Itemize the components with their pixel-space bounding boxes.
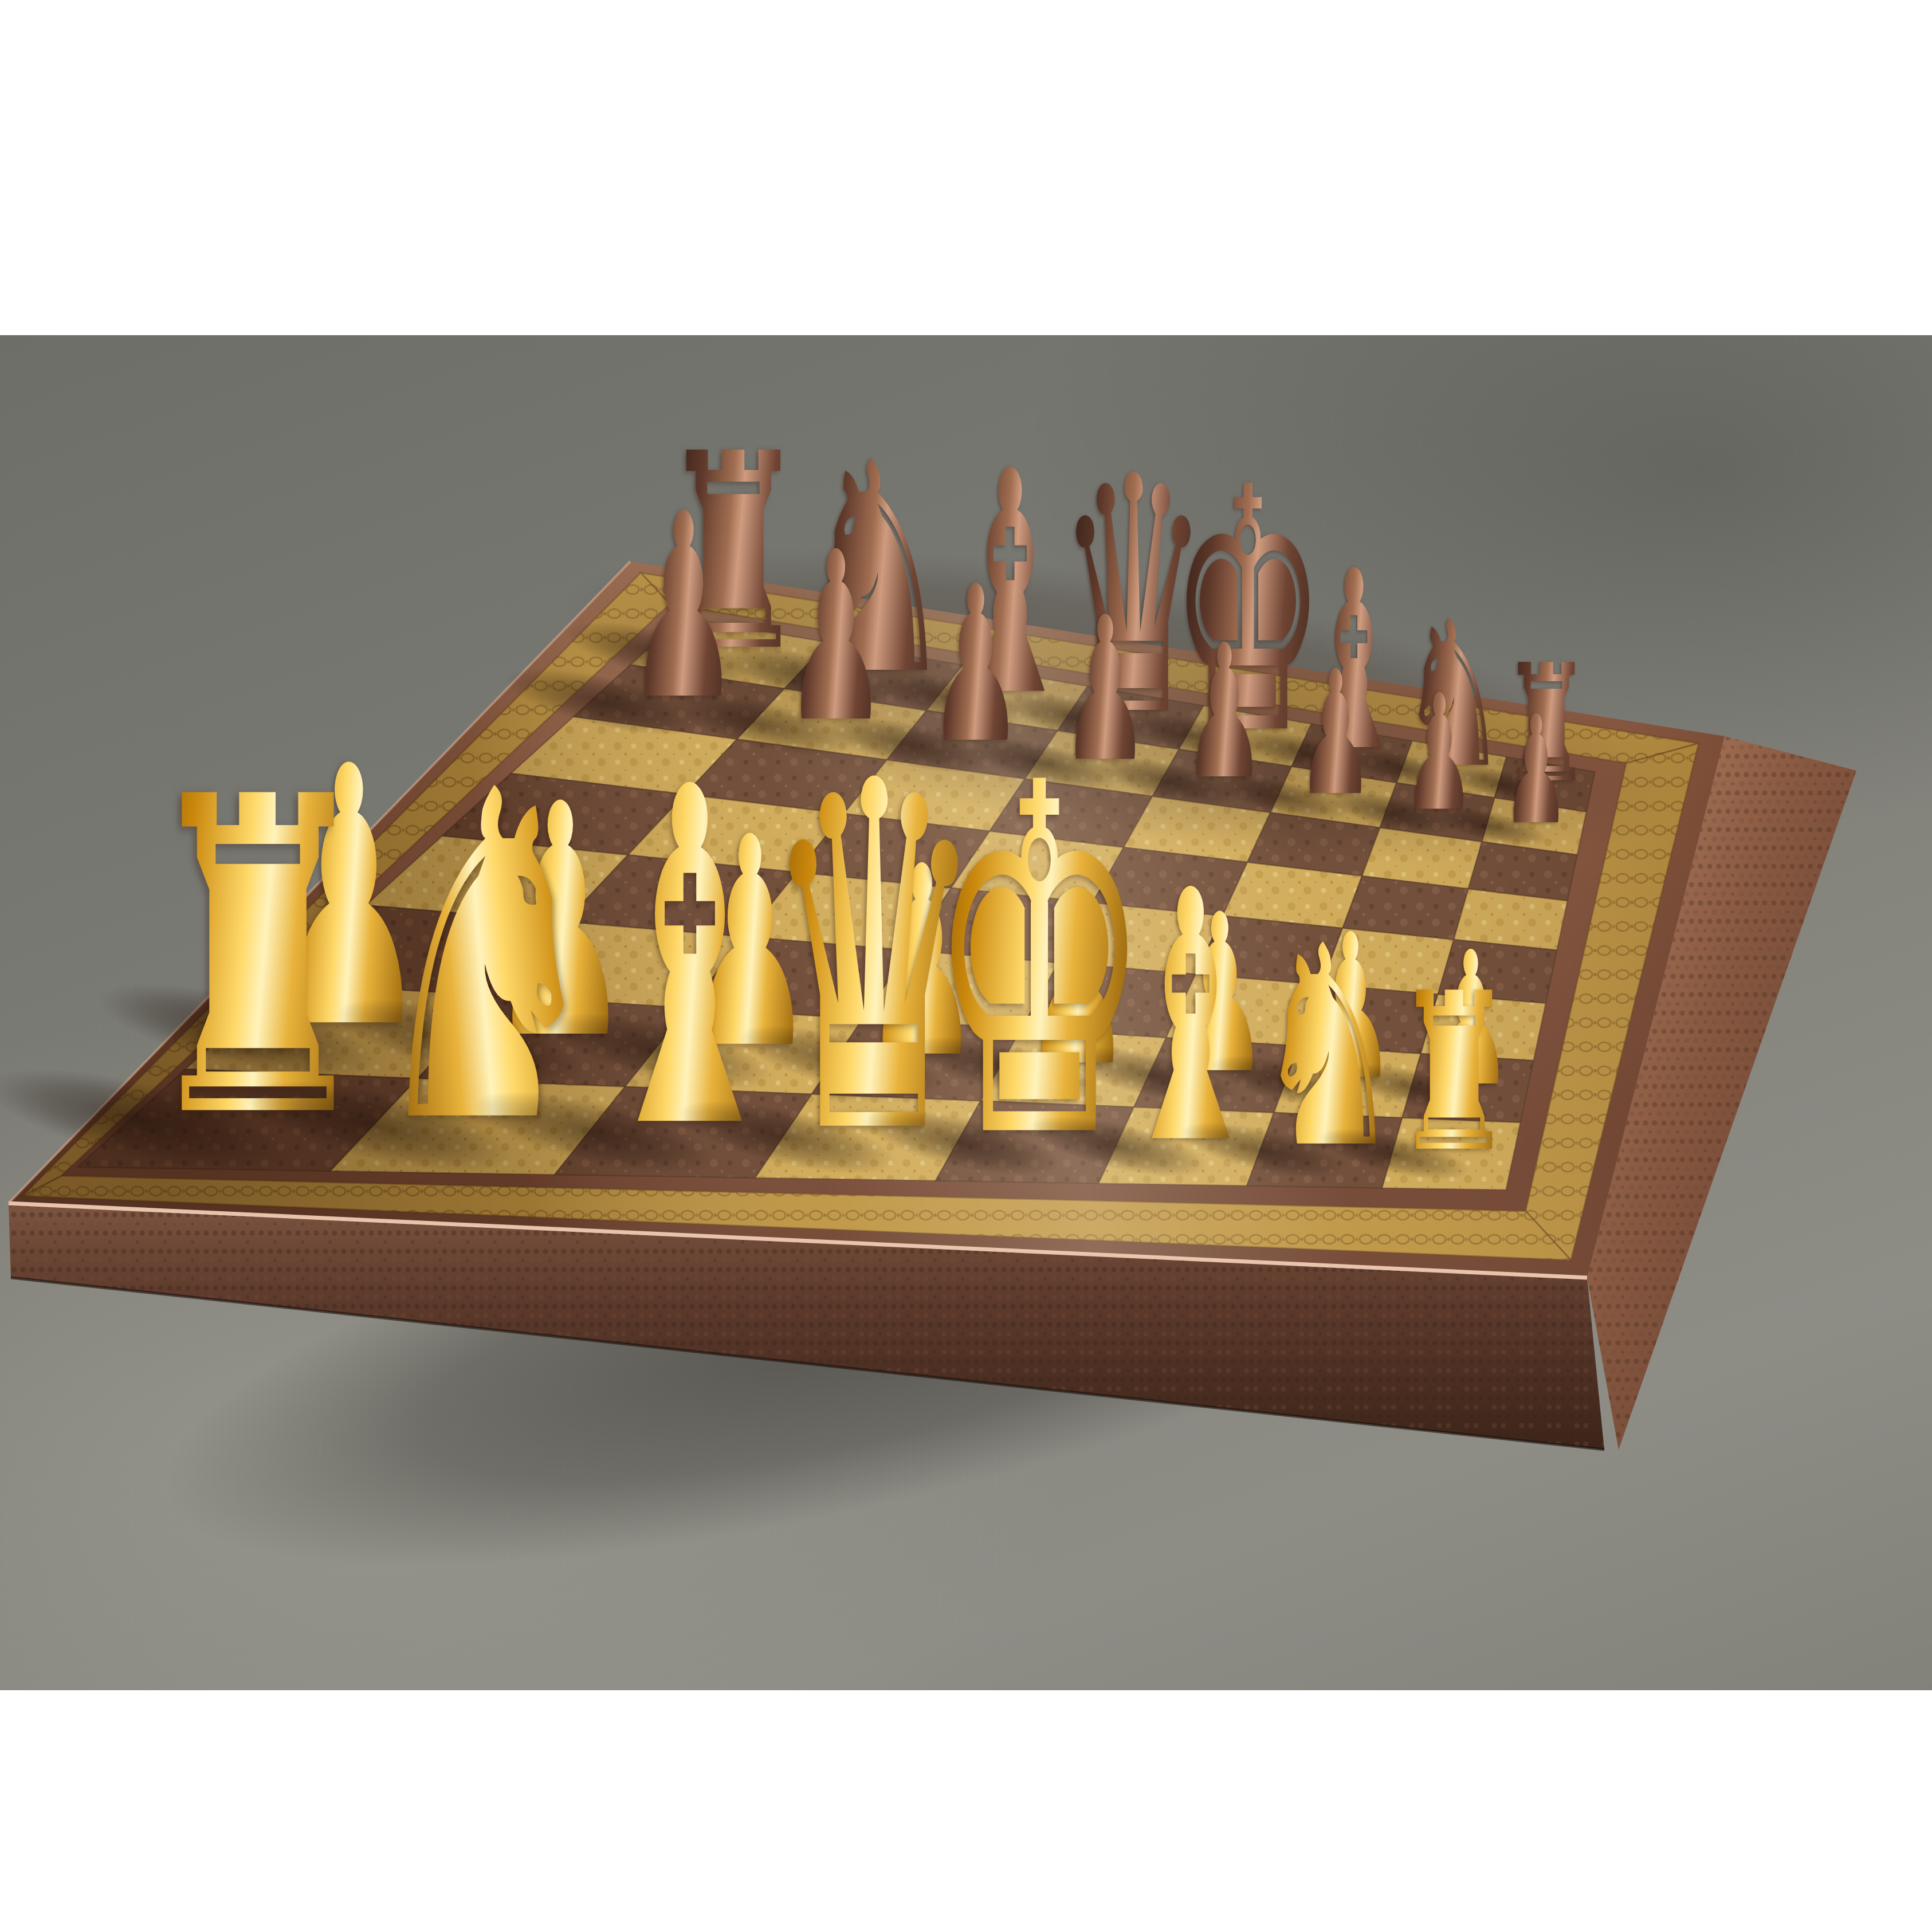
- chess-set-photo: ♜♞♝♛♚♝♞♜♟♟♟♟♟♟♟♟♟♟♟♟♟♟♟♟♜♞♝♛♚♝♞♜: [0, 0, 1932, 1932]
- chess-board: [0, 0, 1932, 1932]
